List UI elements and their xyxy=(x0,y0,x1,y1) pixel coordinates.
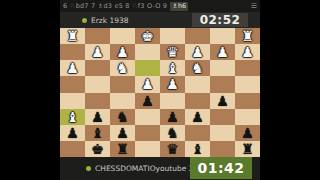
square-d8[interactable]: ♛ xyxy=(160,141,185,157)
white-pawn-e4: ♟ xyxy=(135,76,160,92)
square-b8[interactable] xyxy=(210,141,235,157)
left-letterbox xyxy=(0,0,60,180)
white-knight-f3: ♞ xyxy=(110,60,135,76)
square-b7[interactable] xyxy=(210,125,235,141)
square-a8[interactable]: ♜ xyxy=(235,141,260,157)
black-pawn-c6: ♟ xyxy=(185,108,210,124)
square-g1[interactable] xyxy=(85,28,110,44)
white-rook-h1: ♜ xyxy=(60,28,85,44)
square-a1[interactable]: ♜ xyxy=(235,28,260,44)
black-pawn-g6: ♟ xyxy=(85,108,110,124)
white-king-e1: ♚ xyxy=(135,28,160,44)
square-d3[interactable]: ♝ xyxy=(160,60,185,76)
square-g6[interactable]: ♟ xyxy=(85,109,110,125)
menu-icon[interactable]: ☰ xyxy=(251,0,257,12)
square-b6[interactable] xyxy=(210,109,235,125)
white-pawn-h3: ♟ xyxy=(60,60,85,76)
square-e6[interactable] xyxy=(135,109,160,125)
square-c7[interactable] xyxy=(185,125,210,141)
black-pawn-f7: ♟ xyxy=(110,124,135,140)
square-g2[interactable]: ♟ xyxy=(85,44,110,60)
square-g7[interactable]: ♝ xyxy=(85,125,110,141)
black-knight-d7: ♞ xyxy=(160,124,185,140)
square-d6[interactable]: ♟ xyxy=(160,109,185,125)
opponent-bar: Erzk 1938 02:52 xyxy=(60,12,260,28)
square-g3[interactable] xyxy=(85,60,110,76)
square-h8[interactable] xyxy=(60,141,85,157)
white-pawn-g2: ♟ xyxy=(85,44,110,60)
square-f1[interactable] xyxy=(110,28,135,44)
video-frame: 6 ♘bd7 7 ♗d3 e5 8 ♘f3 O-O 9 ♗h6 ☰ Erzk 1… xyxy=(0,0,320,180)
square-b5[interactable]: ♟ xyxy=(210,93,235,109)
right-letterbox xyxy=(260,0,320,180)
square-e5[interactable]: ♟ xyxy=(135,93,160,109)
square-g8[interactable]: ♚ xyxy=(85,141,110,157)
black-pawn-e5: ♟ xyxy=(135,92,160,108)
square-c2[interactable]: ♟ xyxy=(185,44,210,60)
square-g5[interactable] xyxy=(85,93,110,109)
square-c8[interactable]: ♝ xyxy=(185,141,210,157)
square-h4[interactable] xyxy=(60,76,85,92)
player-clock-active: 01:42 xyxy=(190,157,252,179)
square-e7[interactable] xyxy=(135,125,160,141)
square-a6[interactable] xyxy=(235,109,260,125)
black-king-g8: ♚ xyxy=(85,141,110,157)
black-bishop-g7: ♝ xyxy=(85,124,110,140)
opponent-name-rating[interactable]: Erzk 1938 xyxy=(91,16,129,25)
square-e4[interactable]: ♟ xyxy=(135,76,160,92)
chess-app: 6 ♘bd7 7 ♗d3 e5 8 ♘f3 O-O 9 ♗h6 ☰ Erzk 1… xyxy=(60,0,260,180)
square-f8[interactable]: ♜ xyxy=(110,141,135,157)
opponent-clock: 02:52 xyxy=(192,13,248,27)
black-queen-d8: ♛ xyxy=(160,141,185,157)
square-e2[interactable] xyxy=(135,44,160,60)
black-bishop-c8: ♝ xyxy=(185,141,210,157)
move-list[interactable]: 6 ♘bd7 7 ♗d3 e5 8 ♘f3 O-O 9 xyxy=(63,2,167,10)
white-pawn-b2: ♟ xyxy=(210,44,235,60)
square-h5[interactable] xyxy=(60,93,85,109)
black-pawn-a7: ♟ xyxy=(235,124,260,140)
player-bar: CHESSDOMATIOyoutube 2091 01:42 xyxy=(60,157,260,180)
square-e8[interactable] xyxy=(135,141,160,157)
square-h3[interactable]: ♟ xyxy=(60,60,85,76)
square-a7[interactable]: ♟ xyxy=(235,125,260,141)
square-f4[interactable] xyxy=(110,76,135,92)
square-h6[interactable]: ♝ xyxy=(60,109,85,125)
square-b4[interactable] xyxy=(210,76,235,92)
online-status-dot xyxy=(82,18,87,23)
square-f6[interactable]: ♞ xyxy=(110,109,135,125)
square-f3[interactable]: ♞ xyxy=(110,60,135,76)
square-d4[interactable]: ♟ xyxy=(160,76,185,92)
white-queen-d2: ♛ xyxy=(160,44,185,60)
square-d1[interactable] xyxy=(160,28,185,44)
square-h7[interactable]: ♟ xyxy=(60,125,85,141)
last-move-highlighted[interactable]: ♗h6 xyxy=(170,2,188,11)
white-knight-c3: ♞ xyxy=(185,60,210,76)
square-e1[interactable]: ♚ xyxy=(135,28,160,44)
square-e3[interactable] xyxy=(135,60,160,76)
square-a3[interactable] xyxy=(235,60,260,76)
square-c3[interactable]: ♞ xyxy=(185,60,210,76)
black-pawn-d6: ♟ xyxy=(160,108,185,124)
square-c1[interactable] xyxy=(185,28,210,44)
square-f5[interactable] xyxy=(110,93,135,109)
black-rook-a8: ♜ xyxy=(235,141,260,157)
square-f7[interactable]: ♟ xyxy=(110,125,135,141)
square-f2[interactable]: ♟ xyxy=(110,44,135,60)
white-pawn-f2: ♟ xyxy=(110,44,135,60)
white-pawn-a2: ♟ xyxy=(235,44,260,60)
square-a2[interactable]: ♟ xyxy=(235,44,260,60)
black-pawn-b5: ♟ xyxy=(210,92,235,108)
square-c4[interactable] xyxy=(185,76,210,92)
square-d2[interactable]: ♛ xyxy=(160,44,185,60)
square-d5[interactable] xyxy=(160,93,185,109)
black-knight-f6: ♞ xyxy=(110,108,135,124)
square-a4[interactable] xyxy=(235,76,260,92)
square-g4[interactable] xyxy=(85,76,110,92)
square-c6[interactable]: ♟ xyxy=(185,109,210,125)
white-pawn-c2: ♟ xyxy=(185,44,210,60)
square-b3[interactable] xyxy=(210,60,235,76)
square-b1[interactable] xyxy=(210,28,235,44)
square-d7[interactable]: ♞ xyxy=(160,125,185,141)
square-c5[interactable] xyxy=(185,93,210,109)
white-bishop-h6: ♝ xyxy=(60,108,85,124)
white-bishop-d3: ♝ xyxy=(160,60,185,76)
online-status-dot xyxy=(86,166,91,171)
white-pawn-d4: ♟ xyxy=(160,76,185,92)
square-h2[interactable] xyxy=(60,44,85,60)
square-a5[interactable] xyxy=(235,93,260,109)
white-rook-a1: ♜ xyxy=(235,28,260,44)
move-list-bar: 6 ♘bd7 7 ♗d3 e5 8 ♘f3 O-O 9 ♗h6 ☰ xyxy=(60,0,260,12)
square-b2[interactable]: ♟ xyxy=(210,44,235,60)
black-rook-f8: ♜ xyxy=(110,141,135,157)
chess-board[interactable]: ♜♚♜♟♟♛♟♟♟♟♞♝♞♟♟♟♟♝♟♞♟♟♟♝♟♞♟♚♜♛♝♜ xyxy=(60,28,260,157)
square-h1[interactable]: ♜ xyxy=(60,28,85,44)
black-pawn-h7: ♟ xyxy=(60,124,85,140)
